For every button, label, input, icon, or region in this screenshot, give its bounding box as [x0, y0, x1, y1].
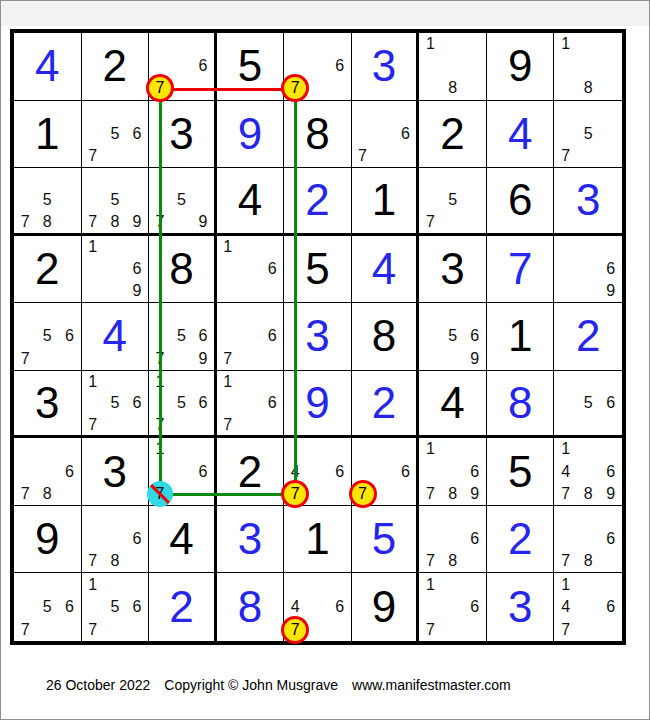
empty-slot — [126, 190, 148, 212]
empty-slot — [599, 55, 622, 77]
empty-slot — [104, 280, 126, 302]
empty-slot — [126, 371, 148, 393]
candidate-1: 1 — [554, 573, 577, 596]
candidate-5: 5 — [442, 325, 464, 347]
empty-slot — [36, 303, 58, 325]
empty-slot — [554, 414, 577, 436]
empty-slot — [554, 392, 577, 414]
footer-copyright: Copyright © John Musgrave — [164, 677, 338, 693]
empty-slot — [306, 483, 328, 505]
candidate-7: 7 — [217, 414, 239, 436]
cell-r4c1: 2 — [14, 236, 82, 304]
chain-link-weak — [160, 88, 295, 91]
candidate-8: 8 — [104, 211, 126, 233]
empty-slot — [217, 258, 239, 280]
given-digit: 1 — [35, 112, 59, 156]
empty-slot — [419, 596, 441, 619]
circled-candidate-7: 7 — [291, 486, 300, 502]
candidate-8: 8 — [577, 77, 600, 99]
empty-slot — [373, 123, 395, 145]
candidate-9: 9 — [126, 211, 148, 233]
candidate-5: 5 — [577, 123, 600, 145]
solved-digit: 3 — [508, 585, 532, 629]
empty-slot — [442, 168, 464, 190]
candidate-9: 9 — [464, 348, 486, 370]
empty-slot — [419, 77, 441, 99]
given-digit: 1 — [372, 178, 396, 222]
cell-r3c6: 1 — [352, 168, 420, 236]
pencil-grid: 678 — [14, 438, 81, 505]
cell-r1c9: 18 — [554, 33, 622, 101]
candidate-1: 1 — [82, 573, 104, 596]
candidate-5: 5 — [104, 392, 126, 414]
empty-slot — [239, 371, 261, 393]
empty-slot — [554, 258, 577, 280]
candidate-7: 7 — [554, 483, 577, 505]
empty-slot — [395, 145, 417, 167]
pencil-grid: 18 — [554, 33, 622, 100]
empty-slot — [284, 573, 306, 596]
empty-slot — [554, 371, 577, 393]
pencil-grid: 57 — [554, 101, 622, 168]
candidate-5: 5 — [104, 190, 126, 212]
empty-slot — [58, 348, 80, 370]
empty-slot — [58, 168, 80, 190]
pencil-grid: 567 — [14, 303, 81, 370]
pencil-grid: 67 — [352, 101, 417, 168]
candidate-5: 5 — [577, 392, 600, 414]
empty-slot — [82, 101, 104, 123]
candidate-6: 6 — [464, 461, 486, 483]
candidate-6: 6 — [599, 392, 622, 414]
candidate-1: 1 — [82, 236, 104, 258]
empty-slot — [192, 303, 214, 325]
empty-slot — [171, 33, 193, 55]
cell-r2c8: 4 — [487, 101, 555, 169]
empty-slot — [373, 438, 395, 460]
candidate-9: 9 — [599, 483, 622, 505]
candidate-6: 6 — [58, 461, 80, 483]
candidate-7: 7 — [82, 414, 104, 436]
empty-slot — [554, 101, 577, 123]
pencil-grid: 16 — [217, 236, 284, 303]
candidate-1: 1 — [419, 438, 441, 460]
empty-slot — [192, 371, 214, 393]
empty-slot — [306, 55, 328, 77]
cell-r9c8: 3 — [487, 573, 555, 641]
empty-slot — [261, 414, 283, 436]
empty-slot — [464, 438, 486, 460]
empty-slot — [464, 303, 486, 325]
chain-node-circle: 7 — [281, 480, 309, 508]
empty-slot — [329, 77, 351, 99]
cell-r7c1: 678 — [14, 438, 82, 506]
candidate-6: 6 — [126, 123, 148, 145]
empty-slot — [577, 145, 600, 167]
empty-slot — [82, 258, 104, 280]
cell-r3c2: 5789 — [82, 168, 150, 236]
candidate-7: 7 — [419, 618, 441, 641]
empty-slot — [464, 168, 486, 190]
cell-r8c4: 3 — [217, 506, 285, 574]
candidate-6: 6 — [126, 258, 148, 280]
cell-r9c7: 167 — [419, 573, 487, 641]
candidate-8: 8 — [577, 483, 600, 505]
cell-r9c5: 467 — [284, 573, 352, 641]
empty-slot — [192, 33, 214, 55]
candidate-7: 7 — [217, 348, 239, 370]
candidate-6: 6 — [464, 325, 486, 347]
empty-slot — [464, 506, 486, 528]
cell-r1c5: 67 — [284, 33, 352, 101]
empty-slot — [104, 145, 126, 167]
cell-r8c9: 678 — [554, 506, 622, 574]
candidate-6: 6 — [58, 596, 80, 619]
empty-slot — [82, 123, 104, 145]
empty-slot — [442, 506, 464, 528]
empty-slot — [442, 348, 464, 370]
cell-r8c6: 5 — [352, 506, 420, 574]
given-digit: 8 — [169, 247, 193, 291]
empty-slot — [104, 371, 126, 393]
pencil-grid: 67 — [217, 303, 284, 370]
candidate-5: 5 — [104, 123, 126, 145]
empty-slot — [599, 77, 622, 99]
elimination-circle: 7 — [147, 481, 173, 507]
empty-slot — [599, 145, 622, 167]
candidate-5: 5 — [171, 190, 193, 212]
empty-slot — [577, 55, 600, 77]
empty-slot — [442, 33, 464, 55]
empty-slot — [329, 573, 351, 596]
solved-digit: 8 — [508, 381, 532, 425]
empty-slot — [239, 303, 261, 325]
cell-r4c8: 7 — [487, 236, 555, 304]
empty-slot — [577, 528, 600, 550]
empty-slot — [14, 438, 36, 460]
given-digit: 2 — [440, 112, 464, 156]
empty-slot — [149, 33, 171, 55]
empty-slot — [395, 438, 417, 460]
cell-r1c7: 18 — [419, 33, 487, 101]
candidate-7: 7 — [14, 211, 36, 233]
empty-slot — [599, 573, 622, 596]
cell-r7c9: 146789 — [554, 438, 622, 506]
cell-r3c9: 3 — [554, 168, 622, 236]
empty-slot — [192, 414, 214, 436]
empty-slot — [599, 101, 622, 123]
empty-slot — [239, 348, 261, 370]
empty-slot — [329, 33, 351, 55]
cell-r9c1: 567 — [14, 573, 82, 641]
cell-r9c2: 1567 — [82, 573, 150, 641]
candidate-5: 5 — [171, 325, 193, 347]
page: 4267567318918156739867245757857895794215… — [0, 0, 650, 720]
cell-r2c6: 67 — [352, 101, 420, 169]
candidate-7: 7 — [352, 145, 374, 167]
candidate-6: 6 — [599, 596, 622, 619]
empty-slot — [192, 438, 214, 460]
candidate-6: 6 — [126, 528, 148, 550]
top-strip — [1, 1, 649, 26]
cell-r4c4: 16 — [217, 236, 285, 304]
empty-slot — [261, 236, 283, 258]
empty-slot — [104, 168, 126, 190]
candidate-6: 6 — [395, 461, 417, 483]
empty-slot — [352, 438, 374, 460]
empty-slot — [464, 77, 486, 99]
cell-r2c2: 567 — [82, 101, 150, 169]
candidate-7: 7 — [14, 483, 36, 505]
empty-slot — [577, 280, 600, 302]
candidate-7: 7 — [554, 550, 577, 572]
empty-slot — [395, 483, 417, 505]
empty-slot — [82, 168, 104, 190]
cell-r8c3: 4 — [149, 506, 217, 574]
pencil-grid: 167 — [419, 573, 486, 641]
empty-slot — [104, 573, 126, 596]
empty-slot — [599, 123, 622, 145]
empty-slot — [306, 618, 328, 641]
empty-slot — [419, 190, 441, 212]
empty-slot — [442, 528, 464, 550]
empty-slot — [14, 573, 36, 596]
cell-r9c3: 2 — [149, 573, 217, 641]
solved-digit: 4 — [35, 44, 59, 88]
cell-r5c7: 569 — [419, 303, 487, 371]
empty-slot — [14, 190, 36, 212]
solved-digit: 2 — [169, 585, 193, 629]
candidate-6: 6 — [192, 325, 214, 347]
empty-slot — [261, 371, 283, 393]
candidate-7: 7 — [149, 77, 171, 99]
cell-r6c6: 2 — [352, 371, 420, 439]
given-digit: 3 — [440, 247, 464, 291]
empty-slot — [171, 168, 193, 190]
footer-date: 26 October 2022 — [46, 677, 150, 693]
candidate-9: 9 — [126, 280, 148, 302]
chain-node-circle: 7 — [281, 74, 309, 102]
cell-r5c6: 8 — [352, 303, 420, 371]
empty-slot — [329, 483, 351, 505]
candidate-7: 7 — [352, 483, 374, 505]
solved-digit: 4 — [508, 112, 532, 156]
empty-slot — [464, 573, 486, 596]
empty-slot — [329, 438, 351, 460]
candidate-5: 5 — [36, 325, 58, 347]
candidate-9: 9 — [599, 280, 622, 302]
candidate-6: 6 — [329, 461, 351, 483]
candidate-6: 6 — [261, 258, 283, 280]
empty-slot — [58, 211, 80, 233]
empty-slot — [577, 618, 600, 641]
candidate-7: 7 — [14, 348, 36, 370]
empty-slot — [464, 190, 486, 212]
cell-r6c2: 1567 — [82, 371, 150, 439]
cell-r2c1: 1 — [14, 101, 82, 169]
empty-slot — [442, 573, 464, 596]
candidate-1: 1 — [82, 371, 104, 393]
empty-slot — [171, 371, 193, 393]
empty-slot — [14, 303, 36, 325]
empty-slot — [14, 461, 36, 483]
pencil-grid: 1567 — [82, 371, 149, 436]
empty-slot — [419, 348, 441, 370]
candidate-8: 8 — [577, 550, 600, 572]
empty-slot — [352, 123, 374, 145]
empty-slot — [442, 596, 464, 619]
empty-slot — [442, 618, 464, 641]
empty-slot — [306, 33, 328, 55]
cell-r9c4: 8 — [217, 573, 285, 641]
candidate-7: 7 — [82, 550, 104, 572]
empty-slot — [577, 573, 600, 596]
empty-slot — [352, 101, 374, 123]
cell-r8c1: 9 — [14, 506, 82, 574]
empty-slot — [442, 55, 464, 77]
cell-r9c9: 1467 — [554, 573, 622, 641]
pencil-grid: 569 — [419, 303, 486, 370]
candidate-7: 7 — [419, 483, 441, 505]
empty-slot — [36, 348, 58, 370]
circled-candidate-7: 7 — [358, 486, 367, 502]
empty-slot — [217, 325, 239, 347]
empty-slot — [82, 280, 104, 302]
candidate-7: 7 — [14, 618, 36, 641]
candidate-7: 7 — [82, 211, 104, 233]
empty-slot — [217, 280, 239, 302]
empty-slot — [306, 461, 328, 483]
empty-slot — [36, 168, 58, 190]
given-digit: 2 — [238, 450, 262, 494]
empty-slot — [58, 303, 80, 325]
given-digit: 2 — [35, 247, 59, 291]
cell-r2c9: 57 — [554, 101, 622, 169]
empty-slot — [554, 528, 577, 550]
cell-r2c4: 9 — [217, 101, 285, 169]
empty-slot — [554, 236, 577, 258]
candidate-1: 1 — [419, 573, 441, 596]
candidate-6: 6 — [599, 258, 622, 280]
empty-slot — [599, 550, 622, 572]
solved-digit: 5 — [372, 517, 396, 561]
candidate-8: 8 — [36, 211, 58, 233]
given-digit: 3 — [169, 112, 193, 156]
empty-slot — [577, 33, 600, 55]
candidate-1: 1 — [217, 236, 239, 258]
pencil-grid: 69 — [554, 236, 622, 303]
chain-node-circle: 7 — [281, 616, 309, 644]
chain-link-strong — [160, 493, 295, 496]
pencil-grid: 578 — [14, 168, 81, 233]
empty-slot — [171, 303, 193, 325]
empty-slot — [104, 236, 126, 258]
empty-slot — [306, 596, 328, 619]
empty-slot — [419, 168, 441, 190]
given-digit: 5 — [238, 44, 262, 88]
empty-slot — [395, 101, 417, 123]
given-digit: 3 — [103, 450, 127, 494]
cell-r4c7: 3 — [419, 236, 487, 304]
candidate-9: 9 — [464, 483, 486, 505]
empty-slot — [464, 55, 486, 77]
empty-slot — [126, 414, 148, 436]
empty-slot — [36, 461, 58, 483]
given-digit: 4 — [238, 178, 262, 222]
empty-slot — [419, 325, 441, 347]
empty-slot — [599, 438, 622, 460]
empty-slot — [239, 236, 261, 258]
pencil-grid: 1467 — [554, 573, 622, 641]
given-digit: 9 — [372, 585, 396, 629]
cell-r2c7: 2 — [419, 101, 487, 169]
cell-r3c8: 6 — [487, 168, 555, 236]
pencil-grid: 567 — [14, 573, 81, 641]
candidate-1: 1 — [554, 33, 577, 55]
candidate-7: 7 — [284, 483, 306, 505]
empty-slot — [126, 550, 148, 572]
solved-digit: 2 — [508, 517, 532, 561]
empty-slot — [239, 414, 261, 436]
empty-slot — [554, 280, 577, 302]
empty-slot — [577, 461, 600, 483]
empty-slot — [373, 145, 395, 167]
empty-slot — [554, 506, 577, 528]
candidate-1: 1 — [217, 371, 239, 393]
chain-node-circle: 7 — [349, 480, 377, 508]
cell-r1c2: 2 — [82, 33, 150, 101]
empty-slot — [577, 236, 600, 258]
pencil-grid: 146789 — [554, 438, 622, 505]
empty-slot — [284, 33, 306, 55]
candidate-6: 6 — [599, 528, 622, 550]
candidate-6: 6 — [58, 325, 80, 347]
cell-r6c8: 8 — [487, 371, 555, 439]
pencil-grid: 16789 — [419, 438, 486, 505]
empty-slot — [577, 438, 600, 460]
candidate-8: 8 — [36, 483, 58, 505]
empty-slot — [419, 528, 441, 550]
empty-slot — [442, 303, 464, 325]
cell-r7c6: 67 — [352, 438, 420, 506]
cell-r5c4: 67 — [217, 303, 285, 371]
cell-r7c8: 5 — [487, 438, 555, 506]
cell-r7c2: 3 — [82, 438, 150, 506]
candidate-5: 5 — [442, 190, 464, 212]
candidate-6: 6 — [329, 55, 351, 77]
empty-slot — [599, 236, 622, 258]
empty-slot — [82, 596, 104, 619]
empty-slot — [261, 280, 283, 302]
given-digit: 2 — [103, 44, 127, 88]
pencil-grid: 5789 — [82, 168, 149, 233]
empty-slot — [554, 55, 577, 77]
pencil-grid: 678 — [554, 506, 622, 573]
footer: 26 October 2022 Copyright © John Musgrav… — [46, 677, 511, 693]
candidate-1: 1 — [554, 438, 577, 460]
empty-slot — [442, 438, 464, 460]
given-digit: 4 — [169, 517, 193, 561]
solved-digit: 4 — [372, 247, 396, 291]
given-digit: 3 — [35, 381, 59, 425]
empty-slot — [419, 55, 441, 77]
given-digit: 4 — [440, 381, 464, 425]
empty-slot — [192, 190, 214, 212]
pencil-grid: 1567 — [82, 573, 149, 641]
pencil-grid: 167 — [217, 371, 284, 436]
chain-link-strong — [294, 89, 297, 494]
candidate-7: 7 — [284, 77, 306, 99]
